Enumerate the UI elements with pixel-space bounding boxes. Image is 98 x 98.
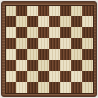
square-b5[interactable] <box>16 38 27 49</box>
square-g3[interactable] <box>71 60 82 71</box>
square-d6[interactable] <box>38 27 49 38</box>
square-b4[interactable] <box>16 49 27 60</box>
square-e6[interactable] <box>49 27 60 38</box>
square-c7[interactable] <box>27 16 38 27</box>
square-e5[interactable] <box>49 38 60 49</box>
square-d8[interactable] <box>38 6 49 17</box>
square-g2[interactable] <box>71 71 82 82</box>
square-h2[interactable] <box>82 71 93 82</box>
square-h4[interactable] <box>82 49 93 60</box>
chess-board <box>6 6 93 93</box>
square-d2[interactable] <box>38 71 49 82</box>
square-a2[interactable] <box>6 71 17 82</box>
square-e7[interactable] <box>49 16 60 27</box>
square-g7[interactable] <box>71 16 82 27</box>
square-b8[interactable] <box>16 6 27 17</box>
square-f7[interactable] <box>60 16 71 27</box>
square-d7[interactable] <box>38 16 49 27</box>
square-f6[interactable] <box>60 27 71 38</box>
square-g4[interactable] <box>71 49 82 60</box>
square-c3[interactable] <box>27 60 38 71</box>
square-b7[interactable] <box>16 16 27 27</box>
square-e4[interactable] <box>49 49 60 60</box>
square-h6[interactable] <box>82 27 93 38</box>
square-f4[interactable] <box>60 49 71 60</box>
square-g6[interactable] <box>71 27 82 38</box>
square-g5[interactable] <box>71 38 82 49</box>
square-h1[interactable] <box>82 82 93 93</box>
square-a4[interactable] <box>6 49 17 60</box>
square-b2[interactable] <box>16 71 27 82</box>
square-b6[interactable] <box>16 27 27 38</box>
square-a1[interactable] <box>6 82 17 93</box>
square-d4[interactable] <box>38 49 49 60</box>
square-a8[interactable] <box>6 6 17 17</box>
square-b1[interactable] <box>16 82 27 93</box>
square-a3[interactable] <box>6 60 17 71</box>
square-f3[interactable] <box>60 60 71 71</box>
square-d5[interactable] <box>38 38 49 49</box>
square-a5[interactable] <box>6 38 17 49</box>
square-g8[interactable] <box>71 6 82 17</box>
chessboard-photo <box>0 0 98 98</box>
square-h7[interactable] <box>82 16 93 27</box>
square-a6[interactable] <box>6 27 17 38</box>
square-e1[interactable] <box>49 82 60 93</box>
square-c6[interactable] <box>27 27 38 38</box>
square-f8[interactable] <box>60 6 71 17</box>
square-d1[interactable] <box>38 82 49 93</box>
square-c2[interactable] <box>27 71 38 82</box>
square-c8[interactable] <box>27 6 38 17</box>
square-e8[interactable] <box>49 6 60 17</box>
square-c4[interactable] <box>27 49 38 60</box>
square-c5[interactable] <box>27 38 38 49</box>
square-b3[interactable] <box>16 60 27 71</box>
square-g1[interactable] <box>71 82 82 93</box>
square-f2[interactable] <box>60 71 71 82</box>
square-h3[interactable] <box>82 60 93 71</box>
square-h5[interactable] <box>82 38 93 49</box>
square-h8[interactable] <box>82 6 93 17</box>
square-e2[interactable] <box>49 71 60 82</box>
square-d3[interactable] <box>38 60 49 71</box>
square-c1[interactable] <box>27 82 38 93</box>
square-e3[interactable] <box>49 60 60 71</box>
square-f5[interactable] <box>60 38 71 49</box>
square-f1[interactable] <box>60 82 71 93</box>
square-a7[interactable] <box>6 16 17 27</box>
